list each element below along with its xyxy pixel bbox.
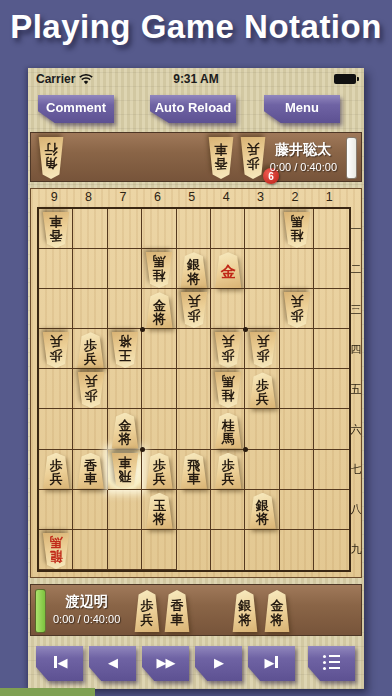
piece-金-sente[interactable]: 金 (213, 252, 243, 288)
piece-銀将-sente[interactable]: 銀将 (231, 590, 259, 632)
gote-player-time: 0:00 / 0:40:00 (270, 161, 337, 173)
piece-kanji: 歩兵 (84, 376, 97, 403)
file-label-1: 1 (312, 190, 346, 206)
piece-香車-gote[interactable]: 香車 (207, 137, 235, 179)
bar-glyph (275, 656, 278, 668)
piece-kanji: 香車 (84, 459, 97, 486)
file-labels: 987654321 (37, 190, 347, 206)
piece-歩兵-gote[interactable]: 歩兵 (76, 372, 106, 408)
piece-歩兵-gote[interactable]: 歩兵 (41, 332, 71, 368)
piece-kanji: 桂馬 (153, 255, 166, 282)
piece-face: 香車 (41, 212, 71, 248)
bar-glyph (54, 656, 57, 668)
piece-歩兵-sente[interactable]: 歩兵 (144, 453, 174, 489)
piece-kanji: 香車 (50, 215, 63, 242)
rank-label-1: 一 (349, 209, 363, 249)
piece-金将-sente[interactable]: 金将 (263, 590, 291, 632)
pieces-layer: 香車桂馬桂馬銀将金金将歩兵歩兵歩兵歩兵王将歩兵歩兵歩兵桂馬歩兵金将桂馬歩兵香車飛… (39, 209, 349, 570)
gote-time-meter (346, 137, 357, 179)
piece-歩兵-sente[interactable]: 歩兵 (213, 453, 243, 489)
piece-kanji: 金将 (271, 599, 284, 626)
arrow-glyph: ▶ (214, 655, 223, 670)
piece-face: 歩兵 (76, 372, 106, 408)
file-label-6: 6 (140, 190, 174, 206)
piece-kanji: 飛車 (187, 459, 200, 486)
piece-銀将-sente[interactable]: 銀将 (248, 493, 278, 529)
piece-kanji: 歩兵 (256, 379, 269, 406)
piece-香車-gote[interactable]: 香車 (41, 212, 71, 248)
piece-kanji: 金 (221, 264, 236, 279)
piece-face: 銀将 (248, 493, 278, 529)
piece-kanji: 歩兵 (153, 459, 166, 486)
piece-kanji: 歩兵 (141, 599, 154, 626)
piece-face: 桂馬 (282, 212, 312, 248)
piece-kanji: 歩兵 (256, 336, 269, 363)
piece-kanji: 香車 (171, 599, 184, 626)
piece-face: 香車 (207, 137, 235, 179)
piece-face: 歩兵 (41, 453, 71, 489)
gote-name-block: 藤井聡太 0:00 / 0:40:00 (270, 141, 337, 173)
piece-face: 歩兵 (213, 332, 243, 368)
piece-face: 飛車 (179, 453, 209, 489)
piece-歩兵-gote[interactable]: 歩兵 (248, 332, 278, 368)
piece-face: 飛車 (110, 453, 140, 489)
piece-桂馬-gote[interactable]: 桂馬 (213, 372, 243, 408)
piece-kanji: 桂馬 (291, 215, 304, 242)
piece-face: 歩兵 (133, 590, 161, 632)
sente-player-time: 0:00 / 0:40:00 (53, 613, 120, 625)
piece-face: 角行 (37, 137, 65, 179)
fast-forward-button[interactable]: ▶▶ (142, 646, 189, 681)
piece-金将-sente[interactable]: 金将 (110, 413, 140, 449)
piece-kanji: 歩兵 (291, 296, 304, 323)
piece-face: 香車 (163, 590, 191, 632)
piece-face: 桂馬 (144, 252, 174, 288)
rank-label-3: 三 (349, 289, 363, 329)
piece-kanji: 王将 (119, 336, 132, 363)
piece-kanji: 金将 (119, 419, 132, 446)
piece-金将-sente[interactable]: 金将 (144, 292, 174, 328)
piece-歩兵-gote[interactable]: 歩兵6 (239, 137, 267, 179)
piece-kanji: 歩兵 (50, 459, 63, 486)
piece-桂馬-gote[interactable]: 桂馬 (282, 212, 312, 248)
piece-face: 香車 (76, 453, 106, 489)
piece-face: 金将 (263, 590, 291, 632)
file-label-5: 5 (175, 190, 209, 206)
file-label-8: 8 (71, 190, 105, 206)
piece-kanji: 歩兵 (222, 459, 235, 486)
piece-kanji: 歩兵 (222, 336, 235, 363)
piece-kanji: 香車 (215, 143, 228, 170)
piece-kanji: 飛車 (119, 456, 132, 483)
piece-kanji: 桂馬 (222, 376, 235, 403)
status-time: 9:31 AM (28, 72, 364, 86)
piece-face: 金将 (110, 413, 140, 449)
piece-玉将-sente[interactable]: 玉将 (144, 493, 174, 529)
piece-face: 玉将 (144, 493, 174, 529)
piece-歩兵-gote[interactable]: 歩兵 (282, 292, 312, 328)
piece-歩兵-sente[interactable]: 歩兵 (248, 372, 278, 408)
piece-王将-gote[interactable]: 王将 (110, 332, 140, 368)
piece-face: 桂馬 (213, 413, 243, 449)
piece-face: 銀将 (231, 590, 259, 632)
file-label-7: 7 (106, 190, 140, 206)
page-title: Playing Game Notation (0, 8, 392, 46)
piece-kanji: 歩兵 (247, 143, 260, 170)
auto-reload-button[interactable]: Auto Reload (150, 95, 236, 123)
piece-kanji: 桂馬 (222, 419, 235, 446)
sente-name-block: 渡辺明 0:00 / 0:40:00 (53, 593, 120, 625)
piece-飛車-gote[interactable]: 飛車 (110, 453, 140, 489)
piece-face: 歩兵 (76, 332, 106, 368)
rank-label-2: 二 (349, 249, 363, 289)
piece-kanji: 金将 (153, 299, 166, 326)
piece-face: 銀将 (179, 252, 209, 288)
piece-face: 歩兵 (213, 453, 243, 489)
background-strip (0, 688, 95, 696)
first-button[interactable]: ◀ (36, 646, 83, 681)
piece-kanji: 歩兵 (50, 336, 63, 363)
piece-歩兵-sente[interactable]: 歩兵 (41, 453, 71, 489)
piece-龍馬-gote[interactable]: 龍馬 (41, 533, 71, 569)
piece-face: 桂馬 (213, 372, 243, 408)
piece-face: 歩兵 (41, 332, 71, 368)
status-bar: Carrier 9:31 AM (28, 70, 364, 88)
arrow-glyph: ◀ (58, 655, 67, 670)
rank-labels: 一二三四五六七八九 (349, 209, 363, 570)
piece-飛車-sente[interactable]: 飛車 (179, 453, 209, 489)
arrow-glyph: ▶▶ (157, 655, 175, 670)
file-label-9: 9 (37, 190, 71, 206)
piece-桂馬-gote[interactable]: 桂馬 (144, 252, 174, 288)
rank-label-5: 五 (349, 369, 363, 409)
piece-kanji: 銀将 (239, 599, 252, 626)
file-label-3: 3 (243, 190, 277, 206)
piece-face: 歩兵 (179, 292, 209, 328)
rank-label-9: 九 (349, 530, 363, 570)
rank-label-8: 八 (349, 490, 363, 530)
piece-香車-sente[interactable]: 香車 (76, 453, 106, 489)
piece-歩兵-gote[interactable]: 歩兵 (179, 292, 209, 328)
piece-face: 歩兵 (282, 292, 312, 328)
piece-kanji: 歩兵 (187, 296, 200, 323)
sente-player-name: 渡辺明 (53, 593, 120, 611)
sente-time-meter (35, 589, 46, 633)
piece-face: 歩兵 (144, 453, 174, 489)
previous-button[interactable]: ◀ (89, 646, 136, 681)
comment-button[interactable]: Comment (38, 95, 114, 123)
piece-歩兵-gote[interactable]: 歩兵 (213, 332, 243, 368)
rank-label-6: 六 (349, 409, 363, 449)
move-list-button[interactable] (308, 646, 355, 681)
piece-香車-sente[interactable]: 香車 (163, 590, 191, 632)
piece-角行-gote[interactable]: 角行 (37, 137, 65, 179)
list-icon (323, 655, 340, 670)
file-label-2: 2 (278, 190, 312, 206)
piece-face: 歩兵 (248, 372, 278, 408)
piece-kanji: 歩兵 (84, 339, 97, 366)
gote-player-bar: 角行香車歩兵6 藤井聡太 0:00 / 0:40:00 (30, 132, 362, 182)
sente-player-bar: 渡辺明 0:00 / 0:40:00 歩兵香車銀将金将 (30, 584, 362, 636)
rank-label-4: 四 (349, 329, 363, 369)
piece-桂馬-sente[interactable]: 桂馬 (213, 413, 243, 449)
piece-銀将-sente[interactable]: 銀将 (179, 252, 209, 288)
nav-bar: ◀◀▶▶▶▶ (28, 640, 364, 689)
piece-face: 金将 (144, 292, 174, 328)
next-button[interactable]: ▶ (195, 646, 242, 681)
battery-icon (334, 74, 356, 84)
piece-face: 金 (213, 252, 243, 288)
gote-player-name: 藤井聡太 (270, 141, 337, 159)
piece-歩兵-sente[interactable]: 歩兵 (133, 590, 161, 632)
piece-kanji: 銀将 (187, 258, 200, 285)
shogi-board: 987654321 一二三四五六七八九 香車桂馬桂馬銀将金金将歩兵歩兵歩兵歩兵王… (30, 188, 362, 578)
app-frame: Carrier 9:31 AM Comment Auto Reload Menu… (28, 68, 364, 689)
piece-kanji: 角行 (45, 143, 58, 170)
last-button[interactable]: ▶ (248, 646, 295, 681)
piece-歩兵-sente[interactable]: 歩兵 (76, 332, 106, 368)
piece-face: 龍馬 (41, 533, 71, 569)
piece-face: 歩兵 (248, 332, 278, 368)
menu-button[interactable]: Menu (264, 95, 340, 123)
arrow-glyph: ◀ (108, 655, 117, 670)
file-label-4: 4 (209, 190, 243, 206)
piece-face: 王将 (110, 332, 140, 368)
piece-kanji: 銀将 (256, 499, 269, 526)
piece-kanji: 龍馬 (50, 536, 63, 563)
arrow-glyph: ▶ (265, 655, 274, 670)
piece-kanji: 玉将 (153, 499, 166, 526)
rank-label-7: 七 (349, 450, 363, 490)
